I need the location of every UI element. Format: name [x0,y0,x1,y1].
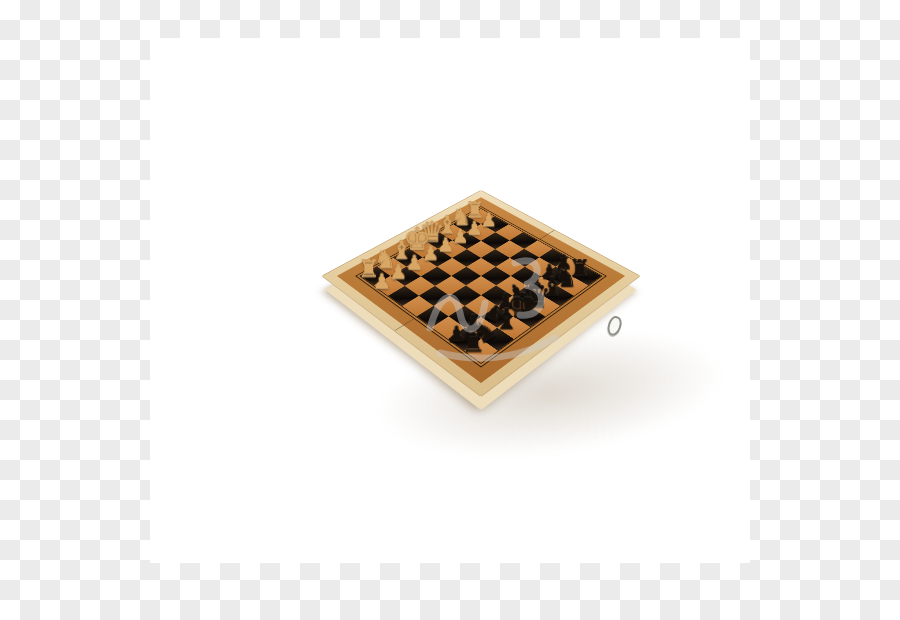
piece-white-pawn: ♟ [452,227,469,244]
piece-white-pawn: ♟ [406,253,424,271]
board-perspective: ♜♟♟♜♞♟♟♞♝♟♟♝♛♟♟♛♚♟♟♚♝♟♟♝♞♟♟♞♜♟♟♜ [368,163,594,389]
chess-board-box: ♜♟♟♜♞♟♟♞♝♟♟♝♛♟♟♛♚♟♟♚♝♟♟♝♞♟♟♞♜♟♟♜ [321,190,641,397]
piece-white-pawn: ♟ [389,262,407,280]
square [466,276,497,296]
piece-black-bishop: ♝ [494,307,520,333]
piece-white-pawn: ♟ [437,236,454,253]
product-photo-canvas: ♜♟♟♜♞♟♟♞♝♟♟♝♛♟♟♛♚♟♟♚♝♟♟♝♞♟♟♞♜♟♟♜ [150,38,750,563]
piece-white-pawn: ♟ [422,244,440,262]
transparency-checker-background: ♜♟♟♜♞♟♟♞♝♟♟♝♛♟♟♛♚♟♟♚♝♟♟♝♞♟♟♞♜♟♟♜ [0,0,900,620]
piece-white-pawn: ♟ [373,272,391,290]
piece-black-rook: ♜ [461,331,485,356]
board-grid: ♜♟♟♜♞♟♟♞♝♟♟♝♛♟♟♛♚♟♟♚♝♟♟♝♞♟♟♞♜♟♟♜ [359,208,602,364]
